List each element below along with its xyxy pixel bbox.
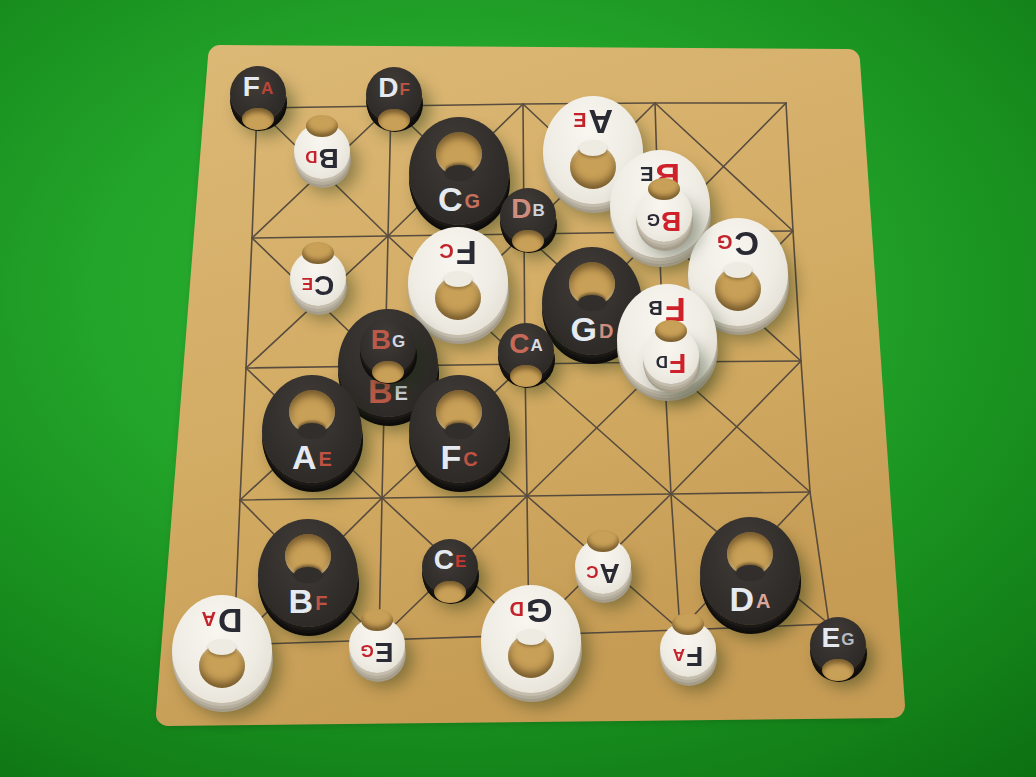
- piece-notch: [510, 365, 542, 387]
- piece-sub-letter: F: [399, 81, 409, 98]
- piece-white-small-FA-n34[interactable]: FA: [660, 621, 716, 677]
- piece-letters: AE: [262, 439, 362, 475]
- piece-face: BD: [294, 123, 350, 179]
- piece-main-letter: C: [735, 227, 760, 261]
- piece-sub-letter: G: [361, 642, 374, 659]
- piece-sub-letter: G: [392, 333, 405, 350]
- piece-main-letter: D: [511, 195, 531, 223]
- piece-black-small-DB-n21[interactable]: DB: [500, 188, 556, 244]
- piece-black-small-EG-n44[interactable]: EG: [810, 617, 866, 673]
- piece-white-small-BD-c00[interactable]: BD: [294, 123, 350, 179]
- piece-notch: [306, 115, 338, 137]
- piece-notch: [655, 320, 687, 342]
- piece-sub-letter: D: [599, 321, 613, 341]
- piece-main-letter: F: [686, 642, 703, 670]
- piece-black-small-DF-n10[interactable]: DF: [366, 67, 422, 123]
- piece-face: EG: [810, 617, 866, 673]
- piece-white-small-AC-c23[interactable]: AC: [575, 538, 631, 594]
- piece-sub-letter: G: [841, 631, 854, 648]
- piece-main-letter: A: [588, 105, 613, 139]
- piece-notch: [302, 242, 334, 264]
- piece-white-large-GD-n24[interactable]: GD: [481, 585, 581, 693]
- piece-face: DA: [172, 595, 272, 703]
- piece-face: CG: [409, 117, 509, 225]
- piece-black-small-FA-n00[interactable]: FA: [230, 66, 286, 122]
- piece-white-large-DA-n04[interactable]: DA: [172, 595, 272, 703]
- piece-face: AE: [262, 375, 362, 483]
- piece-letters: FC: [408, 235, 508, 271]
- piece-sub-letter: A: [530, 337, 542, 354]
- piece-face: GD: [481, 585, 581, 693]
- piece-face: BF: [258, 519, 358, 627]
- piece-face: FA: [230, 66, 286, 122]
- piece-notch: [434, 581, 466, 603]
- piece-notch: [242, 108, 274, 130]
- piece-face: DA: [700, 517, 800, 625]
- piece-main-letter: D: [729, 582, 754, 616]
- piece-face: CE: [422, 539, 478, 595]
- piece-hole-notch: [724, 262, 752, 278]
- piece-main-letter: C: [314, 271, 334, 299]
- piece-hole: [569, 262, 615, 306]
- piece-hole-notch: [445, 423, 473, 439]
- piece-letters: CG: [409, 181, 509, 217]
- piece-black-large-BF-c03[interactable]: BF: [258, 519, 358, 627]
- piece-hole: [285, 534, 331, 578]
- piece-letters: BF: [258, 583, 358, 619]
- piece-main-letter: E: [822, 624, 841, 652]
- piece-face: AC: [575, 538, 631, 594]
- piece-notch: [512, 230, 544, 252]
- piece-face: EG: [349, 617, 405, 673]
- piece-main-letter: C: [438, 182, 463, 216]
- piece-face: FD: [643, 328, 699, 384]
- piece-black-large-FC-c12[interactable]: FC: [409, 375, 509, 483]
- piece-black-large-DA-c33[interactable]: DA: [700, 517, 800, 625]
- piece-letters: CE: [422, 544, 478, 576]
- piece-letters: AE: [543, 104, 643, 140]
- piece-face: CE: [290, 250, 346, 306]
- piece-letters: FD: [643, 347, 699, 379]
- piece-main-letter: C: [434, 546, 454, 574]
- piece-sub-letter: C: [463, 449, 477, 469]
- table-surface: FADFBDCGAEDBBEBGCGCEFCGDBEBGCAFBFDAEFCBF…: [0, 0, 1036, 777]
- piece-letters: CE: [290, 269, 346, 301]
- piece-notch: [378, 109, 410, 131]
- piece-white-small-BG-n31-top[interactable]: BG: [636, 186, 692, 242]
- piece-letters: GD: [481, 593, 581, 629]
- piece-hole-notch: [298, 423, 326, 439]
- piece-letters: FC: [409, 439, 509, 475]
- piece-hole: [727, 532, 773, 576]
- piece-sub-letter: C: [586, 563, 598, 580]
- piece-hole-notch: [579, 140, 607, 156]
- piece-hole-notch: [517, 629, 545, 645]
- piece-sub-letter: E: [319, 449, 332, 469]
- piece-sub-letter: A: [261, 80, 273, 97]
- piece-hole: [289, 390, 335, 434]
- piece-letters: AC: [575, 557, 631, 589]
- piece-notch: [822, 659, 854, 681]
- piece-notch: [648, 178, 680, 200]
- piece-main-letter: G: [571, 312, 597, 346]
- piece-letters: EG: [349, 636, 405, 668]
- piece-main-letter: F: [669, 349, 686, 377]
- piece-letters: EG: [810, 622, 866, 654]
- piece-hole-notch: [578, 295, 606, 311]
- piece-letters: BG: [360, 324, 416, 356]
- piece-hole-notch: [294, 567, 322, 583]
- piece-hole: [436, 132, 482, 176]
- piece-main-letter: B: [319, 144, 339, 172]
- piece-sub-letter: A: [756, 591, 770, 611]
- piece-sub-letter: B: [648, 298, 662, 318]
- piece-letters: BD: [294, 142, 350, 174]
- piece-sub-letter: D: [510, 599, 524, 619]
- piece-face: BG: [636, 186, 692, 242]
- piece-letters: DF: [366, 72, 422, 104]
- piece-main-letter: B: [371, 326, 391, 354]
- piece-main-letter: F: [456, 236, 477, 270]
- piece-letters: DA: [172, 603, 272, 639]
- piece-black-large-AE-c02[interactable]: AE: [262, 375, 362, 483]
- piece-notch: [372, 361, 404, 383]
- piece-sub-letter: A: [202, 609, 216, 629]
- piece-sub-letter: G: [717, 232, 733, 252]
- piece-main-letter: F: [243, 73, 260, 101]
- piece-main-letter: F: [440, 440, 461, 474]
- piece-hole: [508, 634, 554, 678]
- piece-face: DB: [500, 188, 556, 244]
- piece-main-letter: D: [218, 604, 243, 638]
- piece-main-letter: C: [509, 330, 529, 358]
- piece-hole-notch: [445, 165, 473, 181]
- piece-hole: [715, 267, 761, 311]
- piece-black-large-CG-c10[interactable]: CG: [409, 117, 509, 225]
- piece-main-letter: B: [289, 584, 314, 618]
- piece-face: DF: [366, 67, 422, 123]
- piece-black-small-BG-n12-top[interactable]: BG: [360, 319, 416, 375]
- piece-hole: [435, 276, 481, 320]
- piece-letters: FA: [660, 640, 716, 672]
- piece-white-small-FD-n32-top[interactable]: FD: [643, 328, 699, 384]
- piece-sub-letter: D: [656, 353, 668, 370]
- piece-hole: [199, 644, 245, 688]
- piece-face: FC: [409, 375, 509, 483]
- piece-letters: CA: [498, 328, 554, 360]
- piece-black-small-CE-c13[interactable]: CE: [422, 539, 478, 595]
- piece-letters: DB: [500, 193, 556, 225]
- piece-sub-letter: E: [395, 383, 408, 403]
- piece-sub-letter: D: [305, 148, 317, 165]
- piece-main-letter: B: [661, 207, 681, 235]
- piece-letters: BG: [636, 205, 692, 237]
- piece-face: FA: [660, 621, 716, 677]
- pieces-layer: FADFBDCGAEDBBEBGCGCEFCGDBEBGCAFBFDAEFCBF…: [0, 0, 1036, 777]
- piece-white-small-CE-c01[interactable]: CE: [290, 250, 346, 306]
- piece-sub-letter: F: [315, 593, 327, 613]
- piece-sub-letter: B: [532, 202, 544, 219]
- piece-sub-letter: E: [455, 553, 466, 570]
- piece-sub-letter: E: [302, 275, 313, 292]
- piece-hole: [436, 390, 482, 434]
- piece-sub-letter: G: [465, 191, 481, 211]
- piece-letters: FA: [230, 71, 286, 103]
- piece-notch: [587, 530, 619, 552]
- piece-sub-letter: C: [439, 241, 453, 261]
- piece-face: CA: [498, 323, 554, 379]
- piece-black-small-CA-n22[interactable]: CA: [498, 323, 554, 379]
- piece-main-letter: D: [378, 74, 398, 102]
- piece-main-letter: E: [375, 638, 394, 666]
- piece-sub-letter: G: [647, 211, 660, 228]
- piece-sub-letter: A: [673, 646, 685, 663]
- piece-white-small-EG-n14[interactable]: EG: [349, 617, 405, 673]
- piece-sub-letter: E: [573, 110, 586, 130]
- piece-main-letter: A: [292, 440, 317, 474]
- piece-letters: CG: [688, 226, 788, 262]
- piece-main-letter: A: [600, 559, 620, 587]
- piece-main-letter: G: [526, 594, 552, 628]
- piece-hole-notch: [208, 639, 236, 655]
- piece-notch: [672, 613, 704, 635]
- piece-notch: [361, 609, 393, 631]
- piece-face: BG: [360, 319, 416, 375]
- piece-letters: DA: [700, 581, 800, 617]
- piece-hole-notch: [736, 565, 764, 581]
- piece-hole-notch: [444, 271, 472, 287]
